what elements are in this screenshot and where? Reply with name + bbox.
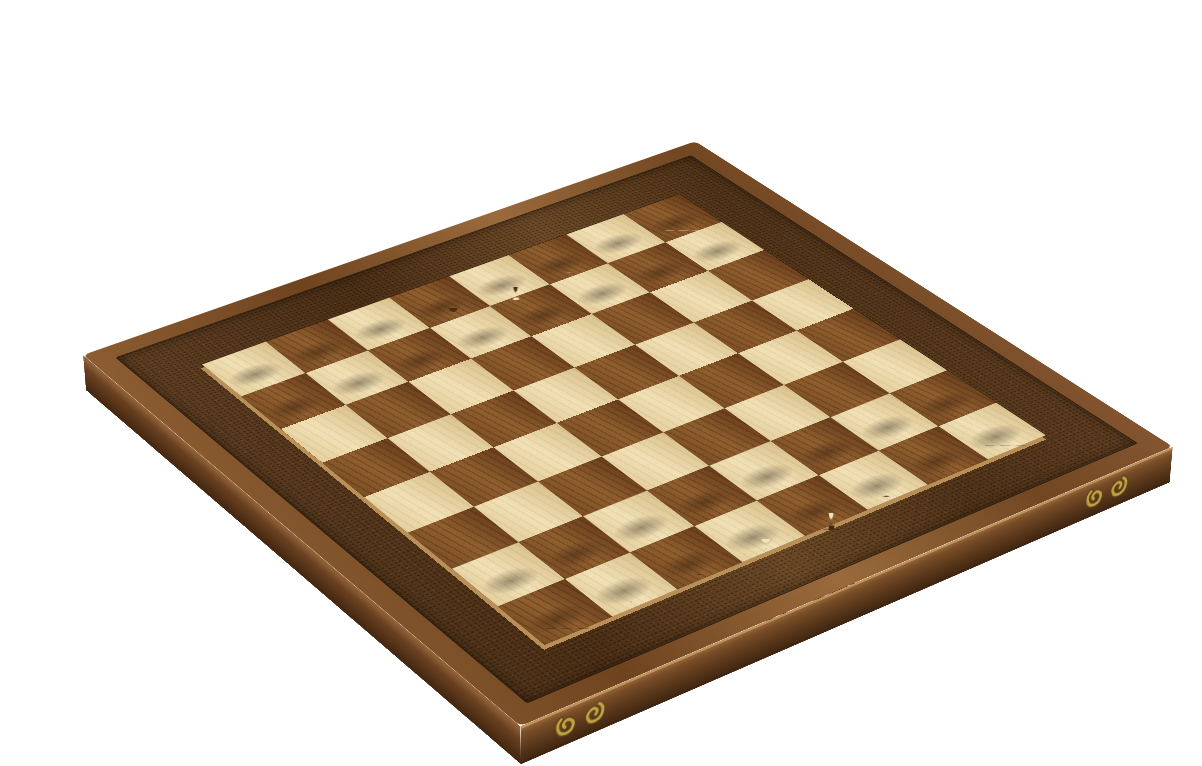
coordinate-label: 2 [987, 372, 1005, 382]
photo-background: ♜♞♝♛♚♝♞♜♟♟♟♟♟♟♟♟♟♟♟♟♟♟♟♟♜♞♝♛♚♝♞♜ AA11BB2… [0, 0, 1202, 766]
square-f3[interactable] [724, 385, 831, 441]
coordinate-label: 8 [716, 196, 732, 204]
coordinate-label: 4 [892, 311, 909, 320]
coordinate-label: 7 [758, 224, 774, 232]
chess-board: ♜♞♝♛♚♝♞♜♟♟♟♟♟♟♟♟♟♟♟♟♟♟♟♟♜♞♝♛♚♝♞♜ AA11BB2… [83, 141, 1173, 726]
coordinate-label: D [394, 270, 412, 279]
board-top-face: ♜♞♝♛♚♝♞♜♟♟♟♟♟♟♟♟♟♟♟♟♟♟♟♟♜♞♝♛♚♝♞♜ AA11BB2… [83, 141, 1173, 726]
coordinate-label: 6 [802, 252, 818, 261]
coordinate-label: H [625, 189, 642, 198]
coordinate-label: C [334, 292, 351, 301]
coordinate-label: G [569, 209, 586, 218]
coordinate-label: B [272, 314, 289, 323]
coordinate-label: 5 [846, 281, 863, 290]
coordinate-label: 3 [939, 341, 956, 350]
coordinate-label: E [454, 250, 470, 259]
coordinate-label: F [512, 229, 528, 237]
coordinate-label: 8 [186, 386, 203, 396]
coordinate-label: A [209, 336, 226, 346]
